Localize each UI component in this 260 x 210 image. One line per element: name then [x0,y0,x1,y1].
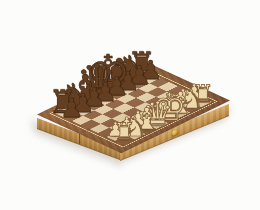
chess-set-product-photo: ♜♞♝♛♚♝♞♜♟♟♟♟♟♟♟♟♟♟♟♟♟♟♟♟♜♞♝♛♚♝♞♜ [0,0,260,210]
fold-seam-icon [79,134,80,144]
brass-latch-icon [172,128,178,136]
